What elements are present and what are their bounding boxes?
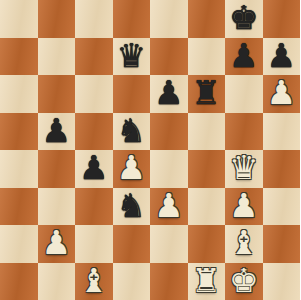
square-e7[interactable] (150, 38, 188, 76)
piece-black-queen-d7[interactable]: ♛ (116, 39, 146, 72)
square-b8[interactable] (38, 0, 76, 38)
square-e5[interactable] (150, 113, 188, 151)
piece-black-knight-d5[interactable]: ♞ (116, 114, 146, 147)
square-b5[interactable]: ♟ (38, 113, 76, 151)
square-e1[interactable] (150, 263, 188, 300)
square-f2[interactable] (188, 225, 226, 263)
square-h2[interactable] (263, 225, 301, 263)
square-c6[interactable] (75, 75, 113, 113)
square-c2[interactable] (75, 225, 113, 263)
square-a3[interactable] (0, 188, 38, 226)
square-e2[interactable] (150, 225, 188, 263)
square-d3[interactable]: ♞ (113, 188, 151, 226)
square-a8[interactable] (0, 0, 38, 38)
square-a4[interactable] (0, 150, 38, 188)
piece-white-queen-g4[interactable]: ♛ (229, 151, 259, 184)
square-g2[interactable]: ♝ (225, 225, 263, 263)
square-g5[interactable] (225, 113, 263, 151)
piece-black-rook-f6[interactable]: ♜ (191, 76, 221, 109)
square-c7[interactable] (75, 38, 113, 76)
square-c1[interactable]: ♝ (75, 263, 113, 300)
square-f4[interactable] (188, 150, 226, 188)
piece-white-rook-f1[interactable]: ♜ (191, 264, 221, 297)
piece-white-pawn-e3[interactable]: ♟ (154, 189, 184, 222)
square-g1[interactable]: ♚ (225, 263, 263, 300)
chess-board: ♚♛♟♟♟♜♟♟♞♟♟♛♞♟♟♟♝♝♜♚ (0, 0, 300, 300)
square-d6[interactable] (113, 75, 151, 113)
square-h8[interactable] (263, 0, 301, 38)
square-a6[interactable] (0, 75, 38, 113)
square-g3[interactable]: ♟ (225, 188, 263, 226)
square-b2[interactable]: ♟ (38, 225, 76, 263)
square-d4[interactable]: ♟ (113, 150, 151, 188)
piece-white-pawn-d4[interactable]: ♟ (116, 151, 146, 184)
square-h7[interactable]: ♟ (263, 38, 301, 76)
piece-black-pawn-b5[interactable]: ♟ (41, 114, 71, 147)
square-b4[interactable] (38, 150, 76, 188)
square-a1[interactable] (0, 263, 38, 300)
square-f1[interactable]: ♜ (188, 263, 226, 300)
square-h3[interactable] (263, 188, 301, 226)
square-h1[interactable] (263, 263, 301, 300)
piece-white-bishop-g2[interactable]: ♝ (229, 226, 259, 259)
square-f3[interactable] (188, 188, 226, 226)
square-a7[interactable] (0, 38, 38, 76)
square-d1[interactable] (113, 263, 151, 300)
piece-white-pawn-h6[interactable]: ♟ (266, 76, 296, 109)
square-b6[interactable] (38, 75, 76, 113)
square-a5[interactable] (0, 113, 38, 151)
square-d7[interactable]: ♛ (113, 38, 151, 76)
square-b3[interactable] (38, 188, 76, 226)
square-c3[interactable] (75, 188, 113, 226)
square-c5[interactable] (75, 113, 113, 151)
square-h4[interactable] (263, 150, 301, 188)
square-d5[interactable]: ♞ (113, 113, 151, 151)
square-g7[interactable]: ♟ (225, 38, 263, 76)
square-b1[interactable] (38, 263, 76, 300)
piece-white-pawn-g3[interactable]: ♟ (229, 189, 259, 222)
square-e8[interactable] (150, 0, 188, 38)
square-h5[interactable] (263, 113, 301, 151)
square-g6[interactable] (225, 75, 263, 113)
square-f8[interactable] (188, 0, 226, 38)
square-c4[interactable]: ♟ (75, 150, 113, 188)
square-f7[interactable] (188, 38, 226, 76)
square-h6[interactable]: ♟ (263, 75, 301, 113)
square-a2[interactable] (0, 225, 38, 263)
piece-white-bishop-c1[interactable]: ♝ (79, 264, 109, 297)
piece-black-pawn-h7[interactable]: ♟ (266, 39, 296, 72)
square-e4[interactable] (150, 150, 188, 188)
square-c8[interactable] (75, 0, 113, 38)
piece-black-pawn-g7[interactable]: ♟ (229, 39, 259, 72)
square-g8[interactable]: ♚ (225, 0, 263, 38)
piece-black-pawn-e6[interactable]: ♟ (154, 76, 184, 109)
piece-white-king-g1[interactable]: ♚ (229, 264, 259, 297)
square-d8[interactable] (113, 0, 151, 38)
square-f5[interactable] (188, 113, 226, 151)
square-g4[interactable]: ♛ (225, 150, 263, 188)
square-f6[interactable]: ♜ (188, 75, 226, 113)
square-e6[interactable]: ♟ (150, 75, 188, 113)
square-d2[interactable] (113, 225, 151, 263)
square-b7[interactable] (38, 38, 76, 76)
piece-black-king-g8[interactable]: ♚ (229, 1, 259, 34)
piece-black-pawn-c4[interactable]: ♟ (79, 151, 109, 184)
square-e3[interactable]: ♟ (150, 188, 188, 226)
piece-white-pawn-b2[interactable]: ♟ (41, 226, 71, 259)
piece-black-knight-d3[interactable]: ♞ (116, 189, 146, 222)
